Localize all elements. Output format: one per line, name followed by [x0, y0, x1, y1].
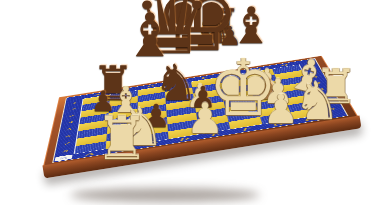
chess-piece-white-pawn[interactable]: ♟ [186, 98, 224, 140]
chess-set-photo: AA11BB22CC33DD44EE55FF66GG77HH88 ♘ ♜♞♝♟♟… [0, 0, 390, 205]
chess-piece-white-rook[interactable]: ♜ [95, 108, 149, 168]
chess-piece-white-pawn[interactable]: ♟ [263, 89, 299, 129]
ground-shadow [70, 188, 260, 202]
chess-piece-white-knight[interactable]: ♞ [294, 75, 341, 127]
